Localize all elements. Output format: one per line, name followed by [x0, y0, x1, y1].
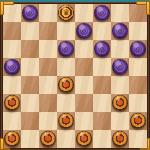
square-b7	[21, 22, 39, 40]
orange-man-piece[interactable]	[58, 77, 74, 93]
square-e3[interactable]	[75, 94, 93, 112]
orange-man-piece[interactable]	[130, 113, 146, 129]
square-h2[interactable]	[129, 112, 147, 130]
square-d5	[57, 58, 75, 76]
checkers-board: ♛	[3, 4, 147, 148]
square-f3	[93, 94, 111, 112]
square-b8[interactable]	[21, 4, 39, 22]
orange-man-piece[interactable]	[76, 131, 92, 147]
square-a7[interactable]	[3, 22, 21, 40]
square-c4	[39, 76, 57, 94]
square-h8[interactable]	[129, 4, 147, 22]
square-b3	[21, 94, 39, 112]
square-g3[interactable]	[111, 94, 129, 112]
square-a8	[3, 4, 21, 22]
square-b5	[21, 58, 39, 76]
square-b6[interactable]	[21, 40, 39, 58]
square-e7[interactable]	[75, 22, 93, 40]
square-e6	[75, 40, 93, 58]
square-d3	[57, 94, 75, 112]
square-g8	[111, 4, 129, 22]
square-b4[interactable]	[21, 76, 39, 94]
square-h3	[129, 94, 147, 112]
square-g5[interactable]	[111, 58, 129, 76]
square-d7	[57, 22, 75, 40]
square-a6	[3, 40, 21, 58]
square-c5[interactable]	[39, 58, 57, 76]
square-a5[interactable]	[3, 58, 21, 76]
square-e8	[75, 4, 93, 22]
square-f4[interactable]	[93, 76, 111, 94]
square-f7	[93, 22, 111, 40]
square-a2	[3, 112, 21, 130]
square-f6[interactable]	[93, 40, 111, 58]
purple-man-piece[interactable]	[58, 41, 74, 57]
square-h6[interactable]	[129, 40, 147, 58]
square-e1[interactable]	[75, 130, 93, 148]
checkers-game-screen: ♛	[0, 0, 150, 150]
square-g7[interactable]	[111, 22, 129, 40]
square-h5	[129, 58, 147, 76]
orange-man-piece[interactable]	[112, 131, 128, 147]
square-c1[interactable]	[39, 130, 57, 148]
square-d1	[57, 130, 75, 148]
square-g1[interactable]	[111, 130, 129, 148]
square-f1	[93, 130, 111, 148]
orange-man-piece[interactable]	[112, 95, 128, 111]
square-b1	[21, 130, 39, 148]
square-h4[interactable]	[129, 76, 147, 94]
purple-man-piece[interactable]	[130, 41, 146, 57]
purple-man-piece[interactable]	[112, 59, 128, 75]
square-h1	[129, 130, 147, 148]
square-f8[interactable]	[93, 4, 111, 22]
square-e4	[75, 76, 93, 94]
orange-man-piece[interactable]	[4, 131, 20, 147]
square-f5	[93, 58, 111, 76]
square-g2	[111, 112, 129, 130]
square-d2[interactable]	[57, 112, 75, 130]
square-b2[interactable]	[21, 112, 39, 130]
square-c6	[39, 40, 57, 58]
square-c3[interactable]	[39, 94, 57, 112]
square-c2	[39, 112, 57, 130]
purple-man-piece[interactable]	[94, 5, 110, 21]
square-a3[interactable]	[3, 94, 21, 112]
square-d6[interactable]	[57, 40, 75, 58]
square-a4	[3, 76, 21, 94]
top-edge-line	[0, 0, 150, 2]
square-e5[interactable]	[75, 58, 93, 76]
purple-man-piece[interactable]	[94, 41, 110, 57]
square-c8	[39, 4, 57, 22]
crown-icon: ♛	[58, 5, 74, 21]
purple-man-piece[interactable]	[22, 5, 38, 21]
purple-man-piece[interactable]	[76, 23, 92, 39]
purple-man-piece[interactable]	[112, 23, 128, 39]
square-e2	[75, 112, 93, 130]
square-d4[interactable]	[57, 76, 75, 94]
square-c7[interactable]	[39, 22, 57, 40]
orange-man-piece[interactable]	[4, 95, 20, 111]
square-h7	[129, 22, 147, 40]
square-f2[interactable]	[93, 112, 111, 130]
orange-man-piece[interactable]	[58, 113, 74, 129]
square-a1[interactable]	[3, 130, 21, 148]
purple-man-piece[interactable]	[4, 59, 20, 75]
square-d8[interactable]: ♛	[57, 4, 75, 22]
square-g6	[111, 40, 129, 58]
orange-king-piece[interactable]: ♛	[58, 5, 74, 21]
square-g4	[111, 76, 129, 94]
orange-man-piece[interactable]	[40, 131, 56, 147]
